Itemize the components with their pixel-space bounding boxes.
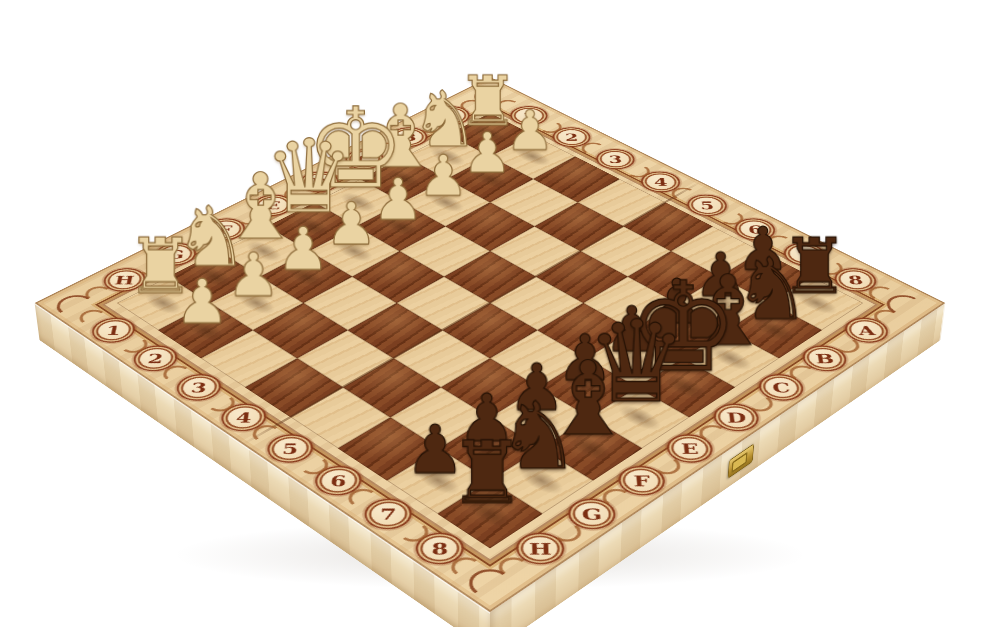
scroll-ornament: [162, 366, 192, 382]
rank-label-front-left-2: 2: [131, 346, 179, 372]
rank-label-front-left-6: 6: [314, 466, 363, 495]
scroll-ornament: [651, 456, 681, 474]
board-face: 1122334455667788AABBCCDDEEFFGGHH: [35, 77, 946, 612]
square-g4: [297, 330, 393, 387]
white-pawn-glyph: ♟: [131, 271, 273, 332]
corner-scroll-ornament: [474, 89, 506, 105]
rank-label-front-left-8: 8: [415, 533, 464, 565]
file-label-front-right-H: H: [516, 533, 565, 565]
scroll-ornament: [872, 310, 902, 325]
rank-label-front-left-4: 4: [219, 404, 268, 431]
scroll-ornament: [252, 425, 282, 442]
rank-label-front-left-5: 5: [266, 434, 315, 462]
scroll-ornament: [581, 143, 605, 155]
scroll-ornament: [451, 557, 481, 577]
rank-label-front-left-7: 7: [363, 499, 412, 530]
corner-scroll-ornament: [469, 569, 511, 597]
scroll-ornament: [788, 366, 818, 382]
scroll-ornament: [671, 188, 697, 201]
scroll-ornament: [538, 121, 562, 133]
file-label-front-right-F: F: [617, 466, 666, 495]
scroll-ornament: [348, 489, 378, 508]
scroll-ornament: [206, 395, 236, 412]
scroll-ornament: [744, 395, 774, 412]
file-label-front-right-D: D: [712, 404, 761, 431]
file-label-front-right-C: C: [757, 374, 805, 401]
scroll-ornament: [78, 310, 108, 325]
corner-scroll-ornament: [885, 295, 926, 316]
square-h4: [245, 358, 343, 417]
scroll-ornament: [551, 522, 581, 541]
scroll-ornament: [602, 489, 632, 508]
rank-label-front-left-3: 3: [174, 374, 222, 401]
scroll-ornament: [299, 456, 329, 474]
black-rook-glyph: ♜: [408, 430, 566, 516]
file-label-front-right-G: G: [568, 499, 617, 530]
scroll-ornament: [398, 522, 428, 541]
file-label-front-right-A: A: [843, 318, 891, 343]
file-label-front-right-B: B: [801, 346, 849, 372]
chess-board: 1122334455667788AABBCCDDEEFFGGHH ♜♞♝♚♛♝♞…: [35, 77, 946, 612]
square-f4: [348, 303, 443, 358]
file-label-front-right-E: E: [666, 434, 715, 462]
square-h3: [201, 330, 297, 387]
brass-clasp-icon: [728, 443, 754, 479]
scroll-ornament: [499, 557, 529, 577]
scroll-ornament: [119, 337, 149, 353]
scroll-ornament: [625, 165, 650, 178]
chess-set-scene: 1122334455667788AABBCCDDEEFFGGHH ♜♞♝♚♛♝♞…: [168, 0, 812, 625]
scroll-ornament: [698, 425, 728, 442]
scroll-ornament: [831, 337, 861, 353]
